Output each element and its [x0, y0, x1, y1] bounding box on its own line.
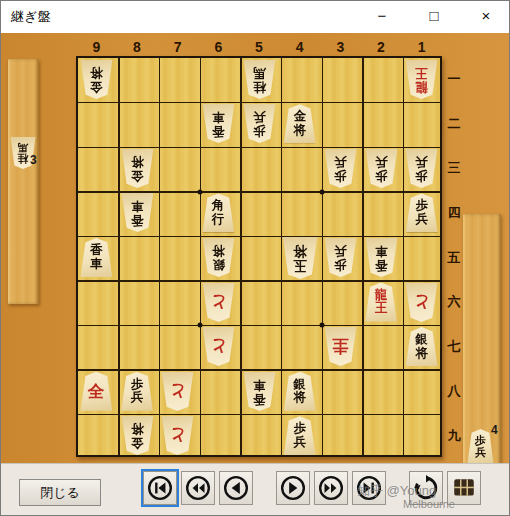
- ffwd-icon: [318, 475, 344, 501]
- piece-char: 金: [131, 436, 144, 450]
- piece-char: 兵: [334, 155, 347, 169]
- board-view-button[interactable]: [447, 471, 481, 505]
- hoshi-dot: [320, 323, 325, 328]
- piece-char: 馬: [18, 142, 29, 154]
- piece-char: 将: [415, 347, 428, 361]
- piece-char: 車: [90, 258, 103, 272]
- rank-label: 七: [445, 338, 463, 356]
- grid-line: [78, 280, 440, 281]
- skip-end-icon: [356, 475, 382, 501]
- piece-char: 馬: [253, 66, 266, 80]
- piece-char: 金: [131, 168, 144, 182]
- piece-char: 歩: [293, 422, 306, 436]
- fast-forward-button[interactable]: [314, 471, 348, 505]
- piece-char: 車: [212, 110, 225, 124]
- piece-char: 角: [212, 199, 225, 213]
- file-label: 1: [410, 39, 434, 55]
- piece-char: 車: [375, 244, 388, 258]
- gote-hand-count: 3: [30, 153, 37, 167]
- piece-char: 兵: [475, 446, 486, 458]
- piece-char: 兵: [415, 155, 428, 169]
- skip-to-end-button[interactable]: [352, 471, 386, 505]
- piece-char: 兵: [131, 391, 144, 405]
- piece-char: 車: [131, 199, 144, 213]
- piece-char: 兵: [415, 213, 428, 227]
- rank-label: 三: [445, 159, 463, 177]
- grid-line: [281, 58, 282, 455]
- piece-char: 将: [293, 243, 307, 258]
- piece-char: 香: [131, 213, 144, 227]
- piece-char: 車: [253, 378, 266, 392]
- file-label: 5: [247, 39, 271, 55]
- piece-char: 桂: [18, 153, 29, 165]
- grid-line: [78, 414, 440, 415]
- piece-char: と: [169, 382, 186, 401]
- skip-start-icon: [147, 475, 173, 501]
- analysis-board-window: 継ぎ盤 − □ × 987654321 一二三四五六七八九 金将桂馬龍王香車歩兵…: [0, 0, 510, 516]
- fast-rewind-button[interactable]: [181, 471, 215, 505]
- hoshi-dot: [320, 189, 325, 194]
- step-forward-button[interactable]: [276, 471, 310, 505]
- piece-char: 香: [90, 244, 103, 258]
- step-back-button[interactable]: [219, 471, 253, 505]
- piece-char: 歩: [415, 168, 428, 182]
- piece-char: 将: [131, 422, 144, 436]
- grid-line: [322, 58, 323, 455]
- board-icon: [451, 475, 477, 501]
- rotate-icon: [413, 475, 439, 501]
- piece-char: 香: [253, 391, 266, 405]
- title-bar: 継ぎ盤 − □ ×: [1, 1, 509, 33]
- rewind-icon: [185, 475, 211, 501]
- piece-char: 歩: [253, 124, 266, 138]
- piece-char: 将: [212, 244, 225, 258]
- board-area: 987654321 一二三四五六七八九 金将桂馬龍王香車歩兵金将金将歩兵歩兵歩兵…: [1, 33, 510, 463]
- close-window-button[interactable]: ×: [463, 1, 509, 33]
- grid-line: [78, 102, 440, 103]
- grid-line: [78, 147, 440, 148]
- piece-char: と: [413, 293, 430, 312]
- piece-char: 兵: [253, 110, 266, 124]
- piece-char: 金: [90, 79, 103, 93]
- piece-char: 将: [293, 391, 306, 405]
- file-label: 7: [166, 39, 190, 55]
- minimize-button[interactable]: −: [359, 1, 405, 33]
- piece-char: 金: [293, 110, 306, 124]
- rotate-board-button[interactable]: [409, 471, 443, 505]
- back-icon: [223, 475, 249, 501]
- piece-char: 歩: [334, 168, 347, 182]
- piece-char: 将: [131, 155, 144, 169]
- grid-line: [159, 58, 160, 455]
- rank-label: 一: [445, 70, 463, 88]
- piece-char: 桂: [253, 79, 266, 93]
- skip-to-start-button[interactable]: [143, 471, 177, 505]
- hoshi-dot: [198, 189, 203, 194]
- piece-char: 歩: [131, 378, 144, 392]
- rank-label: 八: [445, 382, 463, 400]
- file-label: 2: [369, 39, 393, 55]
- rank-label: 九: [445, 427, 463, 445]
- forward-icon: [280, 475, 306, 501]
- piece-char: と: [210, 337, 227, 356]
- piece-char: 歩: [334, 258, 347, 272]
- grid-line: [403, 58, 404, 455]
- piece-char: 歩: [375, 168, 388, 182]
- close-board-button[interactable]: 閉じる: [19, 479, 101, 506]
- piece-char: 兵: [293, 436, 306, 450]
- grid-line: [362, 58, 363, 455]
- piece-char: 兵: [334, 244, 347, 258]
- grid-line: [78, 191, 440, 192]
- piece-char: 将: [90, 66, 103, 80]
- file-label: 4: [288, 39, 312, 55]
- file-label: 6: [206, 39, 230, 55]
- grid-line: [240, 58, 241, 455]
- piece-char: 歩: [415, 199, 428, 213]
- piece-char: 香: [212, 124, 225, 138]
- piece-char: 行: [212, 213, 225, 227]
- file-label: 9: [84, 39, 108, 55]
- piece-char: 銀: [212, 258, 225, 272]
- sente-hand-count: 4: [491, 423, 498, 437]
- file-label: 3: [328, 39, 352, 55]
- piece-char: 歩: [475, 434, 486, 446]
- grid-line: [78, 325, 440, 326]
- piece-char: 兵: [375, 155, 388, 169]
- piece-char: と: [210, 293, 227, 312]
- piece-char: 全: [88, 382, 105, 401]
- gote-komadai: [8, 59, 39, 304]
- piece-char: と: [169, 426, 186, 445]
- file-label: 8: [125, 39, 149, 55]
- rank-label: 二: [445, 115, 463, 133]
- piece-char: 将: [293, 124, 306, 138]
- rank-label: 四: [445, 204, 463, 222]
- piece-char: 王: [375, 302, 388, 316]
- window-title: 継ぎ盤: [11, 8, 50, 26]
- piece-char: 銀: [415, 333, 428, 347]
- piece-char: 龍: [375, 289, 388, 303]
- piece-char: 玉: [293, 258, 307, 273]
- maximize-button[interactable]: □: [411, 1, 457, 33]
- piece-char: 香: [375, 258, 388, 272]
- grid-line: [78, 236, 440, 237]
- grid-line: [78, 369, 440, 370]
- rank-label: 六: [445, 293, 463, 311]
- piece-char: 銀: [293, 378, 306, 392]
- piece-char: 王: [415, 66, 428, 80]
- grid-line: [118, 58, 119, 455]
- hoshi-dot: [198, 323, 203, 328]
- piece-char: 圭: [332, 337, 349, 356]
- rank-label: 五: [445, 249, 463, 267]
- grid-line: [200, 58, 201, 455]
- piece-char: 龍: [415, 79, 428, 93]
